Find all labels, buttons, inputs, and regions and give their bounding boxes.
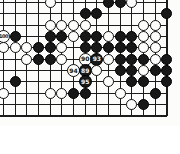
white-stone xyxy=(103,31,114,42)
intersection xyxy=(91,0,103,8)
intersection xyxy=(68,0,80,8)
intersection xyxy=(161,0,173,8)
intersection xyxy=(33,65,45,76)
black-stone xyxy=(68,88,79,99)
intersection xyxy=(103,99,115,110)
intersection xyxy=(126,20,138,31)
intersection xyxy=(114,20,126,31)
black-stone xyxy=(150,88,161,99)
intersection xyxy=(161,31,173,42)
intersection xyxy=(114,110,126,121)
white-stone xyxy=(150,20,161,31)
white-stone xyxy=(10,42,21,53)
intersection xyxy=(9,88,21,99)
intersection xyxy=(21,20,33,31)
white-stone xyxy=(45,88,56,99)
intersection xyxy=(56,110,68,121)
intersection xyxy=(44,99,56,110)
intersection xyxy=(56,76,68,87)
intersection xyxy=(33,99,45,110)
black-stone xyxy=(45,54,56,65)
intersection xyxy=(114,99,126,110)
intersection xyxy=(149,110,161,121)
intersection xyxy=(56,65,68,76)
intersection xyxy=(103,65,115,76)
intersection xyxy=(0,8,9,19)
intersection xyxy=(68,110,80,121)
white-stone xyxy=(68,20,79,31)
intersection xyxy=(0,54,9,65)
intersection xyxy=(91,76,103,87)
intersection xyxy=(79,0,91,8)
intersection xyxy=(0,99,9,110)
intersection xyxy=(149,99,161,110)
intersection xyxy=(91,20,103,31)
intersection xyxy=(138,88,150,99)
intersection xyxy=(91,99,103,110)
intersection xyxy=(161,110,173,121)
intersection xyxy=(138,8,150,19)
intersection xyxy=(56,99,68,110)
intersection xyxy=(126,110,138,121)
intersection xyxy=(9,99,21,110)
intersection xyxy=(114,76,126,87)
black-stone xyxy=(115,31,126,42)
intersection xyxy=(114,8,126,19)
black-stone xyxy=(80,88,91,99)
intersection xyxy=(161,42,173,53)
intersection xyxy=(33,0,45,8)
intersection xyxy=(138,110,150,121)
intersection xyxy=(0,110,9,121)
intersection xyxy=(103,110,115,121)
white-stone xyxy=(115,88,126,99)
black-stone xyxy=(80,8,91,19)
intersection xyxy=(44,76,56,87)
intersection xyxy=(91,110,103,121)
intersection xyxy=(0,0,9,8)
white-stone xyxy=(45,20,56,31)
intersection xyxy=(0,76,9,87)
intersection xyxy=(33,8,45,19)
black-stone xyxy=(33,54,44,65)
white-stone xyxy=(103,54,114,65)
intersection xyxy=(33,110,45,121)
intersection xyxy=(33,31,45,42)
intersection xyxy=(9,110,21,121)
black-stone xyxy=(150,65,161,76)
intersection xyxy=(21,0,33,8)
intersection xyxy=(103,8,115,19)
intersection xyxy=(9,54,21,65)
intersection xyxy=(33,88,45,99)
black-stone xyxy=(45,31,56,42)
intersection xyxy=(149,76,161,87)
intersection xyxy=(21,76,33,87)
white-stone xyxy=(138,31,149,42)
intersection xyxy=(21,65,33,76)
intersection xyxy=(161,20,173,31)
intersection xyxy=(103,88,115,99)
intersection xyxy=(56,8,68,19)
intersection xyxy=(79,110,91,121)
intersection xyxy=(68,42,80,53)
intersection xyxy=(149,0,161,8)
white-stone xyxy=(138,20,149,31)
intersection xyxy=(68,8,80,19)
white-stone xyxy=(68,31,79,42)
intersection xyxy=(21,110,33,121)
intersection xyxy=(79,99,91,110)
black-stone xyxy=(115,54,126,65)
intersection xyxy=(21,99,33,110)
intersection xyxy=(161,99,173,110)
white-stone xyxy=(56,20,67,31)
intersection xyxy=(21,88,33,99)
intersection xyxy=(44,8,56,19)
intersection xyxy=(126,88,138,99)
intersection xyxy=(68,99,80,110)
intersection xyxy=(9,0,21,8)
intersection xyxy=(56,0,68,8)
black-stone xyxy=(80,31,91,42)
intersection xyxy=(9,8,21,19)
black-stone xyxy=(10,31,21,42)
white-stone xyxy=(150,31,161,42)
intersection xyxy=(21,8,33,19)
intersection xyxy=(21,31,33,42)
white-stone xyxy=(80,20,91,31)
intersection xyxy=(149,8,161,19)
intersection xyxy=(0,65,9,76)
intersection xyxy=(9,65,21,76)
go-diagram-page: 1009093948995 xyxy=(0,0,180,154)
intersection xyxy=(91,88,103,99)
black-stone xyxy=(115,65,126,76)
intersection xyxy=(126,8,138,19)
intersection xyxy=(68,76,80,87)
go-board: 1009093948995 xyxy=(0,0,180,126)
intersection xyxy=(161,88,173,99)
page-margin xyxy=(0,126,180,154)
intersection xyxy=(33,76,45,87)
white-stone xyxy=(150,54,161,65)
intersection xyxy=(44,110,56,121)
intersection xyxy=(138,0,150,8)
black-stone xyxy=(138,54,149,65)
intersection xyxy=(9,20,21,31)
intersection xyxy=(44,65,56,76)
intersection xyxy=(103,20,115,31)
intersection xyxy=(33,20,45,31)
